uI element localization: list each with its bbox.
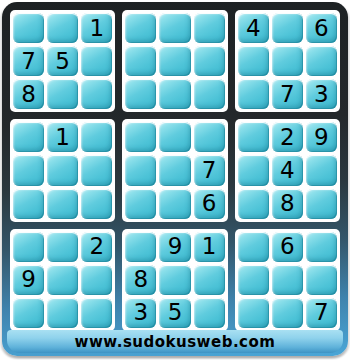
sudoku-cell[interactable] <box>194 122 225 152</box>
sudoku-cell[interactable]: 1 <box>47 122 78 152</box>
sudoku-cell[interactable] <box>272 46 303 76</box>
sudoku-cell[interactable] <box>125 13 156 43</box>
sudoku-cell[interactable] <box>47 265 78 295</box>
sudoku-cell[interactable] <box>194 79 225 109</box>
sudoku-cell[interactable] <box>306 155 337 185</box>
sudoku-cell[interactable] <box>81 189 112 219</box>
sudoku-cell[interactable] <box>125 155 156 185</box>
sudoku-cell[interactable] <box>159 79 190 109</box>
sudoku-cell[interactable]: 8 <box>125 265 156 295</box>
sudoku-cell[interactable] <box>47 155 78 185</box>
sudoku-cell[interactable] <box>13 155 44 185</box>
sudoku-cell[interactable]: 5 <box>159 298 190 328</box>
sudoku-box: 1758 <box>10 10 115 112</box>
sudoku-cell[interactable] <box>238 79 269 109</box>
puzzle-frame: 175846731762948299183567 www.sudokusweb.… <box>2 2 348 356</box>
sudoku-cell[interactable] <box>159 189 190 219</box>
sudoku-cell[interactable]: 4 <box>238 13 269 43</box>
sudoku-cell[interactable]: 5 <box>47 46 78 76</box>
sudoku-box: 4673 <box>235 10 340 112</box>
sudoku-cell[interactable] <box>81 265 112 295</box>
sudoku-cell[interactable]: 2 <box>272 122 303 152</box>
sudoku-cell[interactable] <box>81 155 112 185</box>
sudoku-cell[interactable] <box>47 232 78 262</box>
sudoku-cell[interactable] <box>272 265 303 295</box>
sudoku-cell[interactable] <box>238 155 269 185</box>
sudoku-cell[interactable] <box>125 189 156 219</box>
sudoku-cell[interactable] <box>238 189 269 219</box>
sudoku-cell[interactable]: 9 <box>159 232 190 262</box>
sudoku-cell[interactable] <box>81 122 112 152</box>
sudoku-cell[interactable] <box>238 46 269 76</box>
sudoku-board: 175846731762948299183567 <box>10 10 340 331</box>
sudoku-cell[interactable] <box>159 265 190 295</box>
sudoku-cell[interactable] <box>194 13 225 43</box>
sudoku-cell[interactable] <box>194 46 225 76</box>
sudoku-cell[interactable] <box>159 46 190 76</box>
sudoku-box: 67 <box>235 229 340 331</box>
sudoku-cell[interactable] <box>125 122 156 152</box>
sudoku-cell[interactable]: 1 <box>81 13 112 43</box>
sudoku-box <box>122 10 227 112</box>
sudoku-cell[interactable] <box>81 46 112 76</box>
sudoku-cell[interactable]: 1 <box>194 232 225 262</box>
sudoku-cell[interactable]: 6 <box>194 189 225 219</box>
sudoku-cell[interactable]: 3 <box>125 298 156 328</box>
sudoku-cell[interactable]: 7 <box>272 79 303 109</box>
sudoku-box: 29 <box>10 229 115 331</box>
sudoku-cell[interactable] <box>125 46 156 76</box>
sudoku-box: 76 <box>122 119 227 221</box>
sudoku-cell[interactable] <box>159 122 190 152</box>
sudoku-cell[interactable]: 3 <box>306 79 337 109</box>
sudoku-cell[interactable] <box>13 232 44 262</box>
sudoku-cell[interactable]: 9 <box>306 122 337 152</box>
sudoku-cell[interactable]: 7 <box>13 46 44 76</box>
sudoku-cell[interactable] <box>81 79 112 109</box>
sudoku-cell[interactable] <box>159 155 190 185</box>
sudoku-cell[interactable]: 4 <box>272 155 303 185</box>
sudoku-cell[interactable] <box>47 79 78 109</box>
footer-band: www.sudokusweb.com <box>7 330 343 353</box>
sudoku-box: 2948 <box>235 119 340 221</box>
sudoku-box: 1 <box>10 119 115 221</box>
sudoku-cell[interactable] <box>306 189 337 219</box>
sudoku-cell[interactable] <box>47 189 78 219</box>
sudoku-cell[interactable] <box>125 232 156 262</box>
sudoku-cell[interactable] <box>81 298 112 328</box>
sudoku-cell[interactable]: 8 <box>272 189 303 219</box>
sudoku-cell[interactable]: 6 <box>272 232 303 262</box>
sudoku-cell[interactable] <box>194 298 225 328</box>
sudoku-cell[interactable] <box>13 189 44 219</box>
sudoku-cell[interactable] <box>272 298 303 328</box>
sudoku-cell[interactable] <box>238 298 269 328</box>
sudoku-cell[interactable] <box>159 13 190 43</box>
sudoku-cell[interactable] <box>238 232 269 262</box>
sudoku-cell[interactable] <box>194 265 225 295</box>
sudoku-cell[interactable] <box>238 122 269 152</box>
sudoku-cell[interactable] <box>47 298 78 328</box>
sudoku-cell[interactable] <box>238 265 269 295</box>
sudoku-cell[interactable] <box>272 13 303 43</box>
sudoku-box: 91835 <box>122 229 227 331</box>
sudoku-cell[interactable] <box>306 46 337 76</box>
sudoku-cell[interactable]: 2 <box>81 232 112 262</box>
sudoku-cell[interactable]: 7 <box>194 155 225 185</box>
website-url: www.sudokusweb.com <box>75 333 276 351</box>
sudoku-cell[interactable]: 6 <box>306 13 337 43</box>
sudoku-cell[interactable]: 8 <box>13 79 44 109</box>
sudoku-cell[interactable] <box>306 265 337 295</box>
sudoku-cell[interactable] <box>306 232 337 262</box>
sudoku-cell[interactable]: 7 <box>306 298 337 328</box>
sudoku-cell[interactable] <box>125 79 156 109</box>
sudoku-cell[interactable]: 9 <box>13 265 44 295</box>
sudoku-cell[interactable] <box>13 298 44 328</box>
sudoku-cell[interactable] <box>13 13 44 43</box>
sudoku-cell[interactable] <box>47 13 78 43</box>
sudoku-cell[interactable] <box>13 122 44 152</box>
